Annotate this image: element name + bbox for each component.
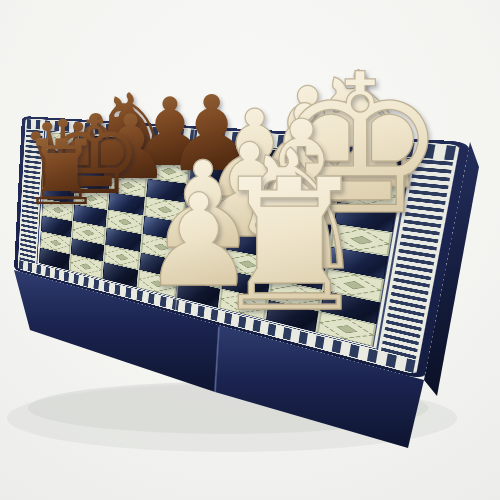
pieces-layer: ♜♛♚♝♞♟♟♟♞♟♚♟♟♝♟♞♟♟♜ bbox=[0, 0, 500, 500]
piece-dark-rook[interactable]: ♜ bbox=[21, 128, 102, 218]
piece-light-rook[interactable]: ♜ bbox=[208, 155, 371, 337]
chess-set-photo: ♜♛♚♝♞♟♟♟♞♟♚♟♟♝♟♞♟♟♜ bbox=[0, 0, 500, 500]
